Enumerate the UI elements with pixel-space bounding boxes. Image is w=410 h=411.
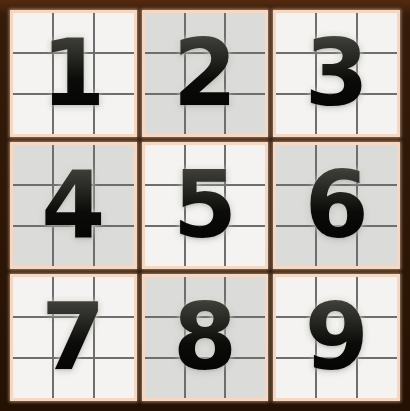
cell[interactable]: [13, 13, 52, 52]
cell-grid: [276, 277, 397, 398]
cell[interactable]: [358, 13, 397, 52]
cell[interactable]: [358, 95, 397, 134]
cell[interactable]: [226, 54, 265, 93]
cell[interactable]: [317, 95, 356, 134]
cell[interactable]: [54, 318, 93, 357]
box-r0c2: 3: [273, 10, 400, 137]
cell[interactable]: [317, 13, 356, 52]
box-r1c2: 6: [273, 142, 400, 269]
cell[interactable]: [186, 186, 225, 225]
cell[interactable]: [358, 145, 397, 184]
cell[interactable]: [276, 227, 315, 266]
cell[interactable]: [317, 277, 356, 316]
cell[interactable]: [276, 13, 315, 52]
cell[interactable]: [54, 95, 93, 134]
box-r2c2: 9: [273, 274, 400, 401]
box-r2c0: 7: [10, 274, 137, 401]
cell[interactable]: [145, 95, 184, 134]
cell[interactable]: [276, 95, 315, 134]
cell[interactable]: [54, 13, 93, 52]
cell[interactable]: [317, 359, 356, 398]
cell[interactable]: [13, 95, 52, 134]
cell[interactable]: [145, 359, 184, 398]
cell[interactable]: [276, 145, 315, 184]
cell[interactable]: [226, 227, 265, 266]
cell-grid: [145, 13, 266, 134]
cell[interactable]: [95, 227, 134, 266]
cell[interactable]: [186, 145, 225, 184]
cell-grid: [13, 13, 134, 134]
cell[interactable]: [276, 54, 315, 93]
cell[interactable]: [226, 359, 265, 398]
cell[interactable]: [358, 54, 397, 93]
cell-grid: [145, 145, 266, 266]
cell[interactable]: [95, 145, 134, 184]
cell[interactable]: [276, 186, 315, 225]
cell[interactable]: [145, 227, 184, 266]
cell[interactable]: [276, 277, 315, 316]
cell[interactable]: [317, 145, 356, 184]
cell[interactable]: [317, 186, 356, 225]
cell[interactable]: [54, 54, 93, 93]
cell[interactable]: [186, 277, 225, 316]
cell[interactable]: [54, 145, 93, 184]
cell[interactable]: [317, 318, 356, 357]
cell-grid: [276, 13, 397, 134]
cell[interactable]: [95, 13, 134, 52]
cell[interactable]: [13, 359, 52, 398]
cell[interactable]: [226, 95, 265, 134]
box-r1c1: 5: [142, 142, 269, 269]
cell[interactable]: [95, 318, 134, 357]
cell[interactable]: [145, 145, 184, 184]
cell[interactable]: [13, 54, 52, 93]
cell[interactable]: [358, 277, 397, 316]
cell[interactable]: [54, 186, 93, 225]
cell[interactable]: [186, 359, 225, 398]
cell[interactable]: [276, 318, 315, 357]
cell-grid: [145, 277, 266, 398]
cell[interactable]: [54, 277, 93, 316]
cell[interactable]: [13, 227, 52, 266]
cell[interactable]: [226, 145, 265, 184]
cell[interactable]: [13, 318, 52, 357]
cell[interactable]: [145, 277, 184, 316]
cell[interactable]: [358, 227, 397, 266]
box-r1c0: 4: [10, 142, 137, 269]
cell[interactable]: [226, 13, 265, 52]
cell[interactable]: [95, 54, 134, 93]
cell[interactable]: [276, 359, 315, 398]
box-grid: 1 2 3 4: [10, 10, 400, 401]
cell[interactable]: [145, 186, 184, 225]
cell[interactable]: [226, 318, 265, 357]
cell[interactable]: [54, 227, 93, 266]
cell[interactable]: [226, 186, 265, 225]
cell[interactable]: [13, 186, 52, 225]
box-r0c1: 2: [142, 10, 269, 137]
cell[interactable]: [358, 318, 397, 357]
cell[interactable]: [317, 227, 356, 266]
cell[interactable]: [226, 277, 265, 316]
cell[interactable]: [95, 186, 134, 225]
cell-grid: [276, 145, 397, 266]
sudoku-board: 1 2 3 4: [0, 0, 410, 411]
cell-grid: [13, 145, 134, 266]
cell[interactable]: [186, 318, 225, 357]
cell[interactable]: [317, 54, 356, 93]
cell[interactable]: [145, 54, 184, 93]
cell[interactable]: [186, 54, 225, 93]
box-r0c0: 1: [10, 10, 137, 137]
cell[interactable]: [13, 145, 52, 184]
cell[interactable]: [95, 277, 134, 316]
cell[interactable]: [145, 13, 184, 52]
cell[interactable]: [13, 277, 52, 316]
cell[interactable]: [358, 186, 397, 225]
cell-grid: [13, 277, 134, 398]
cell[interactable]: [95, 359, 134, 398]
box-r2c1: 8: [142, 274, 269, 401]
cell[interactable]: [95, 95, 134, 134]
cell[interactable]: [186, 13, 225, 52]
cell[interactable]: [358, 359, 397, 398]
cell[interactable]: [186, 227, 225, 266]
cell[interactable]: [186, 95, 225, 134]
cell[interactable]: [145, 318, 184, 357]
cell[interactable]: [54, 359, 93, 398]
